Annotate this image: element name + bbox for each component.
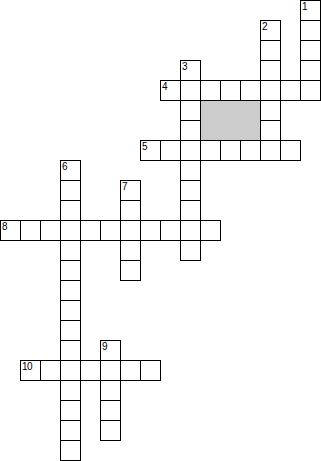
grid-cell[interactable] bbox=[120, 360, 141, 381]
grid-cell[interactable] bbox=[60, 280, 81, 301]
grid-cell[interactable] bbox=[200, 80, 221, 101]
grid-cell[interactable] bbox=[40, 220, 61, 241]
grid-cell[interactable] bbox=[60, 380, 81, 401]
grid-cell[interactable] bbox=[80, 220, 101, 241]
grid-cell[interactable] bbox=[0, 220, 21, 241]
grid-cell[interactable] bbox=[260, 40, 281, 61]
shaded-block bbox=[200, 100, 261, 141]
grid-cell[interactable] bbox=[60, 200, 81, 221]
grid-cell[interactable] bbox=[120, 240, 141, 261]
grid-cell[interactable] bbox=[120, 200, 141, 221]
grid-cell[interactable] bbox=[60, 160, 81, 181]
grid-cell[interactable] bbox=[300, 20, 321, 41]
grid-cell[interactable] bbox=[260, 140, 281, 161]
grid-cell[interactable] bbox=[260, 60, 281, 81]
grid-cell[interactable] bbox=[20, 220, 41, 241]
grid-cell[interactable] bbox=[280, 80, 301, 101]
grid-cell[interactable] bbox=[180, 220, 201, 241]
grid-cell[interactable] bbox=[100, 220, 121, 241]
grid-cell[interactable] bbox=[40, 360, 61, 381]
grid-cell[interactable] bbox=[180, 160, 201, 181]
grid-cell[interactable] bbox=[260, 80, 281, 101]
grid-cell[interactable] bbox=[60, 300, 81, 321]
grid-cell[interactable] bbox=[140, 220, 161, 241]
grid-cell[interactable] bbox=[100, 340, 121, 361]
grid-cell[interactable] bbox=[180, 200, 201, 221]
grid-cell[interactable] bbox=[60, 400, 81, 421]
crossword-grid: 12345678910 bbox=[0, 0, 321, 461]
grid-cell[interactable] bbox=[260, 100, 281, 121]
grid-cell[interactable] bbox=[60, 180, 81, 201]
grid-cell[interactable] bbox=[180, 80, 201, 101]
grid-cell[interactable] bbox=[60, 340, 81, 361]
grid-cell[interactable] bbox=[260, 120, 281, 141]
grid-cell[interactable] bbox=[80, 360, 101, 381]
grid-cell[interactable] bbox=[60, 240, 81, 261]
grid-cell[interactable] bbox=[200, 220, 221, 241]
grid-cell[interactable] bbox=[120, 180, 141, 201]
grid-cell[interactable] bbox=[100, 360, 121, 381]
grid-cell[interactable] bbox=[60, 220, 81, 241]
grid-cell[interactable] bbox=[160, 80, 181, 101]
grid-cell[interactable] bbox=[60, 440, 81, 461]
grid-cell[interactable] bbox=[140, 140, 161, 161]
grid-cell[interactable] bbox=[180, 240, 201, 261]
grid-cell[interactable] bbox=[180, 60, 201, 81]
grid-cell[interactable] bbox=[100, 420, 121, 441]
grid-cell[interactable] bbox=[120, 220, 141, 241]
grid-cell[interactable] bbox=[180, 140, 201, 161]
grid-cell[interactable] bbox=[200, 140, 221, 161]
grid-cell[interactable] bbox=[180, 100, 201, 121]
grid-cell[interactable] bbox=[280, 140, 301, 161]
grid-cell[interactable] bbox=[220, 140, 241, 161]
grid-cell[interactable] bbox=[100, 380, 121, 401]
grid-cell[interactable] bbox=[100, 400, 121, 421]
grid-cell[interactable] bbox=[160, 140, 181, 161]
grid-cell[interactable] bbox=[300, 0, 321, 21]
grid-cell[interactable] bbox=[60, 420, 81, 441]
grid-cell[interactable] bbox=[160, 220, 181, 241]
grid-cell[interactable] bbox=[20, 360, 41, 381]
grid-cell[interactable] bbox=[300, 40, 321, 61]
grid-cell[interactable] bbox=[220, 80, 241, 101]
grid-cell[interactable] bbox=[60, 360, 81, 381]
grid-cell[interactable] bbox=[60, 260, 81, 281]
grid-cell[interactable] bbox=[300, 60, 321, 81]
grid-cell[interactable] bbox=[180, 120, 201, 141]
grid-cell[interactable] bbox=[140, 360, 161, 381]
grid-cell[interactable] bbox=[300, 80, 321, 101]
grid-cell[interactable] bbox=[60, 320, 81, 341]
grid-cell[interactable] bbox=[260, 20, 281, 41]
grid-cell[interactable] bbox=[120, 260, 141, 281]
grid-cell[interactable] bbox=[240, 140, 261, 161]
grid-cell[interactable] bbox=[240, 80, 261, 101]
grid-cell[interactable] bbox=[180, 180, 201, 201]
